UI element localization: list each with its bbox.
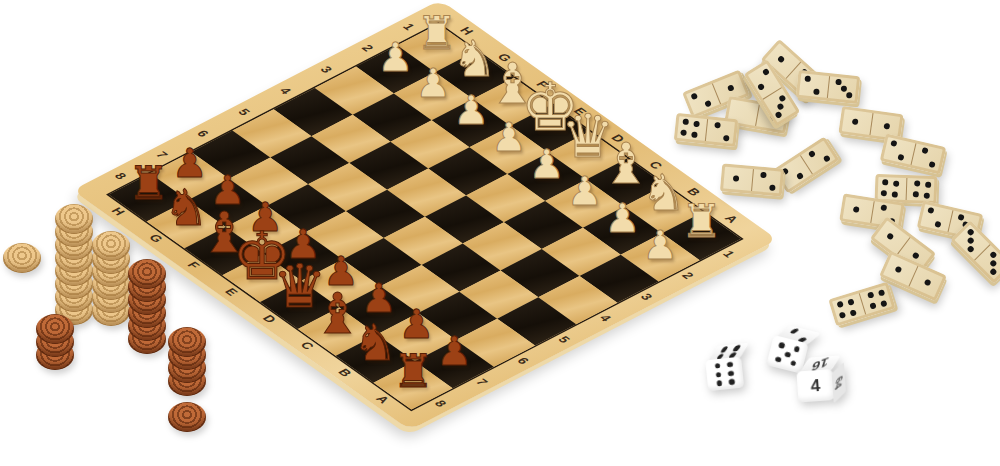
- domino-pip: [733, 175, 740, 182]
- domino-pip: [853, 206, 860, 213]
- die-pip: [714, 363, 720, 369]
- domino-pip: [924, 192, 930, 198]
- checker-piece[interactable]: [92, 231, 130, 261]
- domino-half: [919, 203, 950, 232]
- domino-half: [841, 108, 870, 135]
- domino-pip: [691, 131, 698, 138]
- domino-pip: [882, 179, 888, 185]
- domino-pip: [893, 180, 899, 186]
- white-pawn-a2[interactable]: ♟: [642, 225, 678, 265]
- black-rook-a8[interactable]: ♜: [392, 348, 433, 394]
- white-pawn-h2[interactable]: ♟: [378, 37, 414, 77]
- checker-piece[interactable]: [168, 327, 206, 357]
- die-pip: [715, 372, 721, 378]
- domino-pip: [777, 55, 785, 63]
- die-pip: [794, 346, 801, 353]
- domino-half: [861, 284, 893, 315]
- checker-stack-dark-5[interactable]: [128, 259, 166, 356]
- domino-pip: [894, 266, 902, 274]
- black-pawn-a7[interactable]: ♟: [436, 331, 472, 371]
- domino-pip: [927, 207, 934, 214]
- domino-pip: [850, 309, 857, 316]
- domino-pip: [841, 85, 848, 92]
- domino-pip: [813, 88, 820, 95]
- checker-piece[interactable]: [55, 204, 93, 234]
- domino-pip: [823, 154, 831, 162]
- doubling-cube-front-value: 4: [810, 375, 821, 396]
- domino-pip: [966, 245, 974, 253]
- checker-stack-dark-7[interactable]: [168, 402, 206, 434]
- die-pip: [729, 379, 735, 385]
- domino-pip: [880, 300, 887, 307]
- die-pip: [732, 345, 741, 351]
- domino-pip: [912, 251, 920, 259]
- domino-pip: [935, 221, 942, 228]
- checker-piece[interactable]: [3, 243, 41, 273]
- domino-pip: [921, 147, 928, 154]
- domino-pip: [929, 161, 936, 168]
- die-pip: [784, 351, 791, 358]
- domino-pip: [890, 140, 897, 147]
- domino-pip: [776, 102, 784, 110]
- domino-pip: [796, 172, 804, 180]
- domino-pip: [989, 250, 997, 258]
- domino-half: [685, 84, 718, 116]
- doubling-cube-side-face: 64: [832, 362, 846, 404]
- white-rook-a1[interactable]: ♜: [681, 198, 722, 244]
- domino-pip: [989, 259, 997, 267]
- domino-half: [877, 176, 904, 201]
- white-pawn-c2[interactable]: ♟: [567, 171, 603, 211]
- black-pawn-h7[interactable]: ♟: [172, 143, 208, 183]
- domino-pip: [966, 228, 974, 236]
- domino-half: [754, 168, 782, 194]
- black-knight-b8[interactable]: ♞: [353, 318, 398, 368]
- domino-half: [882, 136, 913, 165]
- black-pawn-c7[interactable]: ♟: [361, 278, 397, 318]
- domino-pip: [957, 214, 964, 221]
- domino-pip: [836, 301, 843, 308]
- domino-half: [909, 177, 936, 202]
- domino-half: [708, 118, 736, 145]
- domino-pip: [835, 79, 842, 86]
- domino-pip: [704, 99, 712, 107]
- domino-pip: [808, 150, 816, 158]
- rank-label-2-left: 2: [359, 43, 377, 53]
- die-pip: [775, 356, 782, 363]
- domino-pip: [881, 190, 887, 196]
- checker-stack-dark-4[interactable]: [36, 314, 74, 372]
- domino-half: [798, 72, 826, 99]
- checker-piece[interactable]: [36, 314, 74, 344]
- checker-stack-light-2[interactable]: [55, 204, 93, 327]
- domino-pip: [892, 191, 898, 197]
- domino-pip: [877, 289, 884, 296]
- die-pip: [728, 370, 734, 376]
- domino-pip: [760, 172, 767, 179]
- white-pawn-d2[interactable]: ♟: [529, 144, 565, 184]
- rank-label-5-right: 5: [555, 334, 573, 344]
- file-label-a-top: A: [722, 213, 742, 225]
- die-front-face: [705, 357, 744, 392]
- domino-half: [913, 143, 944, 172]
- white-pawn-f2[interactable]: ♟: [453, 90, 489, 130]
- domino-pip: [714, 122, 721, 129]
- rank-label-6-right: 6: [514, 355, 532, 365]
- domino-tile-1-2[interactable]: [720, 163, 784, 196]
- domino-pip: [913, 192, 919, 198]
- domino-half: [841, 196, 870, 224]
- rank-label-4-left: 4: [276, 85, 294, 95]
- rank-label-5-left: 5: [235, 107, 253, 117]
- domino-pip: [681, 130, 688, 137]
- file-label-f-bottom: F: [185, 260, 204, 271]
- domino-half: [976, 246, 1000, 281]
- domino-pip: [774, 111, 782, 119]
- domino-pip: [727, 84, 735, 92]
- domino-pip: [925, 181, 931, 187]
- domino-pip: [880, 205, 887, 212]
- domino-tile-4-2[interactable]: [674, 113, 739, 147]
- die-pip: [789, 328, 800, 334]
- product-photo: ♜♞♝♚♛♝♞♜♟♟♟♟♟♟♟♟♟♟♟♟♟♟♟♟♜♞♝♚♛♝♞♜ HH11GG2…: [0, 0, 1000, 466]
- white-knight-b1[interactable]: ♞: [641, 168, 686, 218]
- rank-label-8-right: 8: [432, 398, 450, 408]
- rank-label-2-right: 2: [679, 270, 697, 280]
- domino-pip: [847, 298, 854, 305]
- domino-pip: [966, 236, 974, 244]
- domino-pip: [723, 135, 730, 142]
- domino-pip: [914, 181, 920, 187]
- domino-tile-2-2[interactable]: [880, 133, 947, 174]
- white-pawn-e2[interactable]: ♟: [491, 117, 527, 157]
- rank-label-1-right: 1: [720, 249, 738, 259]
- die-1[interactable]: [704, 342, 753, 392]
- die-pip: [720, 346, 729, 352]
- doubling-cube-front-face: 4: [796, 369, 834, 402]
- rank-label-7-right: 7: [473, 377, 491, 387]
- white-pawn-b2[interactable]: ♟: [604, 198, 640, 238]
- domino-pip: [762, 68, 770, 76]
- domino-pip: [804, 76, 811, 83]
- die-pip: [778, 342, 785, 349]
- domino-half: [831, 293, 863, 324]
- doubling-cube[interactable]: 16464: [795, 355, 842, 404]
- domino-pip: [682, 119, 689, 126]
- domino-pip: [883, 123, 890, 130]
- domino-pip: [693, 120, 700, 127]
- domino-divider: [906, 178, 908, 200]
- die-pip: [716, 380, 722, 386]
- rank-label-6-left: 6: [194, 128, 212, 138]
- checker-piece[interactable]: [168, 402, 206, 432]
- domino-pip: [989, 268, 997, 276]
- domino-pip: [846, 92, 853, 99]
- rank-label-4-right: 4: [597, 313, 615, 323]
- domino-pip: [757, 83, 765, 91]
- domino-pip: [690, 93, 698, 101]
- checker-stack-dark-6[interactable]: [168, 327, 206, 398]
- domino-pip: [867, 292, 874, 299]
- domino-pip: [769, 184, 776, 191]
- domino-pip: [839, 312, 846, 319]
- domino-pip: [924, 279, 932, 287]
- domino-pip: [852, 118, 859, 125]
- domino-pip: [870, 302, 877, 309]
- domino-half: [722, 166, 750, 192]
- die-pip: [727, 362, 733, 368]
- checker-stack-light-3[interactable]: [92, 231, 130, 328]
- domino-pip: [886, 232, 894, 240]
- checker-stack-light-1[interactable]: [3, 243, 41, 275]
- rank-label-3-right: 3: [638, 291, 656, 301]
- domino-half: [830, 75, 858, 102]
- rank-label-3-left: 3: [318, 64, 336, 74]
- black-pawn-b7[interactable]: ♟: [399, 304, 435, 344]
- domino-pip: [898, 154, 905, 161]
- doubling-cube-side-value: 64: [833, 374, 844, 392]
- checker-piece[interactable]: [128, 259, 166, 289]
- domino-half: [676, 115, 704, 142]
- domino-pip: [778, 94, 786, 102]
- white-pawn-g2[interactable]: ♟: [415, 63, 451, 103]
- domino-tile-4-4[interactable]: [828, 282, 895, 327]
